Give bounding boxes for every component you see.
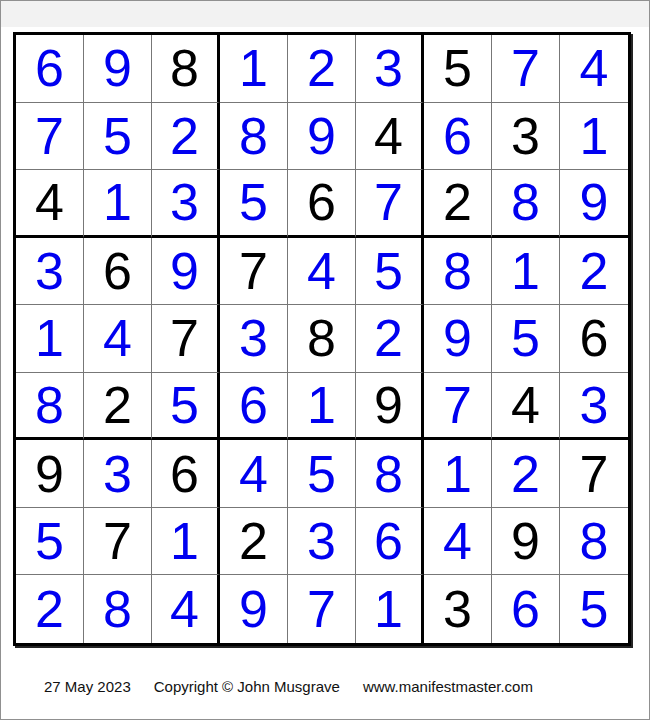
given-digit: 3 [443, 583, 472, 635]
given-digit: 9 [374, 379, 403, 431]
cell-r1c4: 1 [220, 35, 288, 103]
given-digit: 2 [103, 379, 132, 431]
solved-digit: 9 [239, 583, 268, 635]
solved-digit: 4 [239, 448, 268, 500]
cell-r3c4: 5 [220, 170, 288, 238]
cell-r2c2: 5 [84, 103, 152, 171]
solved-digit: 6 [511, 583, 540, 635]
solved-digit: 4 [307, 245, 336, 297]
footer: 27 May 2023 Copyright © John Musgrave ww… [44, 678, 533, 695]
cell-r1c9: 4 [560, 35, 628, 103]
given-digit: 3 [511, 110, 540, 162]
cell-r2c4: 8 [220, 103, 288, 171]
given-digit: 9 [511, 515, 540, 567]
solved-digit: 8 [374, 448, 403, 500]
solved-digit: 2 [170, 110, 199, 162]
cell-r5c2: 4 [84, 305, 152, 373]
cell-r8c6: 6 [356, 508, 424, 576]
cell-r9c6: 1 [356, 575, 424, 643]
cell-r7c2: 3 [84, 440, 152, 508]
solved-digit: 6 [374, 515, 403, 567]
cell-r6c7: 7 [424, 373, 492, 441]
cell-r6c9: 3 [560, 373, 628, 441]
cell-r8c9: 8 [560, 508, 628, 576]
cell-r4c8: 1 [492, 238, 560, 306]
solved-digit: 1 [35, 312, 64, 364]
solved-digit: 4 [580, 42, 609, 94]
cell-r8c3: 1 [152, 508, 220, 576]
solved-digit: 4 [103, 312, 132, 364]
solved-digit: 2 [580, 245, 609, 297]
cell-r6c2: 2 [84, 373, 152, 441]
solved-digit: 2 [307, 42, 336, 94]
solved-digit: 7 [443, 379, 472, 431]
cell-r4c9: 2 [560, 238, 628, 306]
solved-digit: 9 [103, 42, 132, 94]
solved-digit: 1 [239, 42, 268, 94]
cell-r3c2: 1 [84, 170, 152, 238]
cell-r7c4: 4 [220, 440, 288, 508]
cell-r2c9: 1 [560, 103, 628, 171]
solved-digit: 2 [374, 312, 403, 364]
cell-r8c2: 7 [84, 508, 152, 576]
given-digit: 6 [307, 176, 336, 228]
sudoku-board: 6981235747528946314135672893697458121473… [13, 32, 631, 646]
cell-r7c3: 6 [152, 440, 220, 508]
cell-r2c6: 4 [356, 103, 424, 171]
cell-r3c7: 2 [424, 170, 492, 238]
cell-r6c8: 4 [492, 373, 560, 441]
top-band [1, 1, 649, 27]
solved-digit: 1 [307, 379, 336, 431]
solved-digit: 4 [170, 583, 199, 635]
solved-digit: 8 [443, 245, 472, 297]
given-digit: 4 [35, 176, 64, 228]
solved-digit: 7 [35, 110, 64, 162]
cell-r2c3: 2 [152, 103, 220, 171]
cell-r4c1: 3 [16, 238, 84, 306]
cell-r7c9: 7 [560, 440, 628, 508]
cell-r9c1: 2 [16, 575, 84, 643]
solved-digit: 1 [443, 448, 472, 500]
cell-r6c6: 9 [356, 373, 424, 441]
cell-r3c6: 7 [356, 170, 424, 238]
cell-r9c3: 4 [152, 575, 220, 643]
solved-digit: 3 [35, 245, 64, 297]
solved-digit: 8 [35, 379, 64, 431]
cell-r9c5: 7 [288, 575, 356, 643]
solved-digit: 5 [35, 515, 64, 567]
cell-r5c9: 6 [560, 305, 628, 373]
cell-r8c8: 9 [492, 508, 560, 576]
cell-r3c9: 9 [560, 170, 628, 238]
cell-r5c4: 3 [220, 305, 288, 373]
solved-digit: 9 [443, 312, 472, 364]
cell-r3c8: 8 [492, 170, 560, 238]
solved-digit: 7 [511, 42, 540, 94]
solved-digit: 5 [374, 245, 403, 297]
cell-r4c4: 7 [220, 238, 288, 306]
cell-r1c3: 8 [152, 35, 220, 103]
cell-r5c3: 7 [152, 305, 220, 373]
solved-digit: 5 [103, 110, 132, 162]
given-digit: 7 [580, 448, 609, 500]
solved-digit: 3 [374, 42, 403, 94]
solved-digit: 3 [580, 379, 609, 431]
cell-r5c7: 9 [424, 305, 492, 373]
cell-r3c5: 6 [288, 170, 356, 238]
cell-r1c1: 6 [16, 35, 84, 103]
solved-digit: 9 [170, 245, 199, 297]
given-digit: 8 [307, 312, 336, 364]
cell-r7c5: 5 [288, 440, 356, 508]
cell-r4c2: 6 [84, 238, 152, 306]
cell-r9c7: 3 [424, 575, 492, 643]
solved-digit: 3 [239, 312, 268, 364]
footer-website: www.manifestmaster.com [363, 678, 533, 695]
solved-digit: 2 [511, 448, 540, 500]
cell-r2c7: 6 [424, 103, 492, 171]
cell-r1c6: 3 [356, 35, 424, 103]
solved-digit: 1 [170, 515, 199, 567]
given-digit: 6 [580, 312, 609, 364]
given-digit: 8 [170, 42, 199, 94]
footer-copyright: Copyright © John Musgrave [154, 678, 340, 695]
given-digit: 4 [511, 379, 540, 431]
cell-r9c4: 9 [220, 575, 288, 643]
cell-r1c5: 2 [288, 35, 356, 103]
cell-r5c6: 2 [356, 305, 424, 373]
solved-digit: 8 [239, 110, 268, 162]
cell-r8c4: 2 [220, 508, 288, 576]
solved-digit: 1 [374, 583, 403, 635]
given-digit: 2 [239, 515, 268, 567]
cell-r4c7: 8 [424, 238, 492, 306]
cell-r7c6: 8 [356, 440, 424, 508]
solved-digit: 5 [239, 176, 268, 228]
solved-digit: 9 [307, 110, 336, 162]
cell-r3c1: 4 [16, 170, 84, 238]
cell-r4c3: 9 [152, 238, 220, 306]
cell-r7c7: 1 [424, 440, 492, 508]
solved-digit: 1 [580, 110, 609, 162]
cell-r4c6: 5 [356, 238, 424, 306]
given-digit: 7 [103, 515, 132, 567]
given-digit: 7 [170, 312, 199, 364]
solved-digit: 2 [35, 583, 64, 635]
solved-digit: 6 [35, 42, 64, 94]
solved-digit: 5 [580, 583, 609, 635]
given-digit: 6 [103, 245, 132, 297]
cell-r7c1: 9 [16, 440, 84, 508]
given-digit: 4 [374, 110, 403, 162]
solved-digit: 5 [170, 379, 199, 431]
solved-digit: 3 [103, 448, 132, 500]
solved-digit: 5 [511, 312, 540, 364]
solved-digit: 9 [580, 176, 609, 228]
solved-digit: 4 [443, 515, 472, 567]
cell-r2c8: 3 [492, 103, 560, 171]
solved-digit: 6 [443, 110, 472, 162]
cell-r9c9: 5 [560, 575, 628, 643]
given-digit: 9 [35, 448, 64, 500]
cell-r6c4: 6 [220, 373, 288, 441]
solved-digit: 7 [374, 176, 403, 228]
solved-digit: 8 [580, 515, 609, 567]
solved-digit: 3 [307, 515, 336, 567]
solved-digit: 8 [103, 583, 132, 635]
cell-r3c3: 3 [152, 170, 220, 238]
cell-r9c8: 6 [492, 575, 560, 643]
given-digit: 7 [239, 245, 268, 297]
given-digit: 5 [443, 42, 472, 94]
cell-r1c8: 7 [492, 35, 560, 103]
cell-r5c1: 1 [16, 305, 84, 373]
given-digit: 6 [170, 448, 199, 500]
solved-digit: 3 [170, 176, 199, 228]
cell-r7c8: 2 [492, 440, 560, 508]
solved-digit: 7 [307, 583, 336, 635]
cell-r4c5: 4 [288, 238, 356, 306]
cell-r8c5: 3 [288, 508, 356, 576]
footer-date: 27 May 2023 [44, 678, 131, 695]
cell-r2c1: 7 [16, 103, 84, 171]
cell-r8c7: 4 [424, 508, 492, 576]
cell-r5c8: 5 [492, 305, 560, 373]
cell-r6c3: 5 [152, 373, 220, 441]
cell-r6c5: 1 [288, 373, 356, 441]
page: 6981235747528946314135672893697458121473… [0, 0, 650, 720]
cell-r1c2: 9 [84, 35, 152, 103]
solved-digit: 8 [511, 176, 540, 228]
cell-r1c7: 5 [424, 35, 492, 103]
solved-digit: 1 [103, 176, 132, 228]
solved-digit: 6 [239, 379, 268, 431]
solved-digit: 1 [511, 245, 540, 297]
cell-r5c5: 8 [288, 305, 356, 373]
cell-r9c2: 8 [84, 575, 152, 643]
cell-r6c1: 8 [16, 373, 84, 441]
given-digit: 2 [443, 176, 472, 228]
cell-r8c1: 5 [16, 508, 84, 576]
cell-r2c5: 9 [288, 103, 356, 171]
solved-digit: 5 [307, 448, 336, 500]
